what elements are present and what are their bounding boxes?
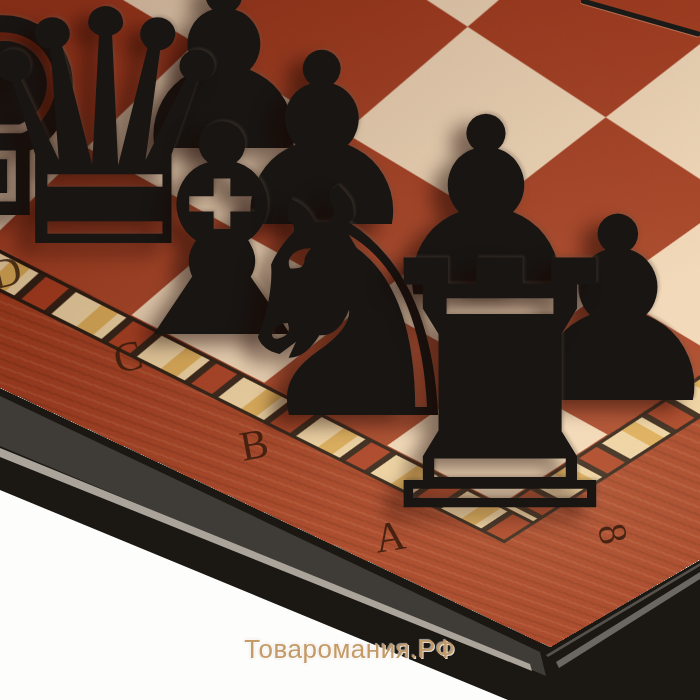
chess-set-photo: DCBA8 ♟♚♟♛♟♝♟♞♜ Товаромания.РФ [0,0,700,700]
